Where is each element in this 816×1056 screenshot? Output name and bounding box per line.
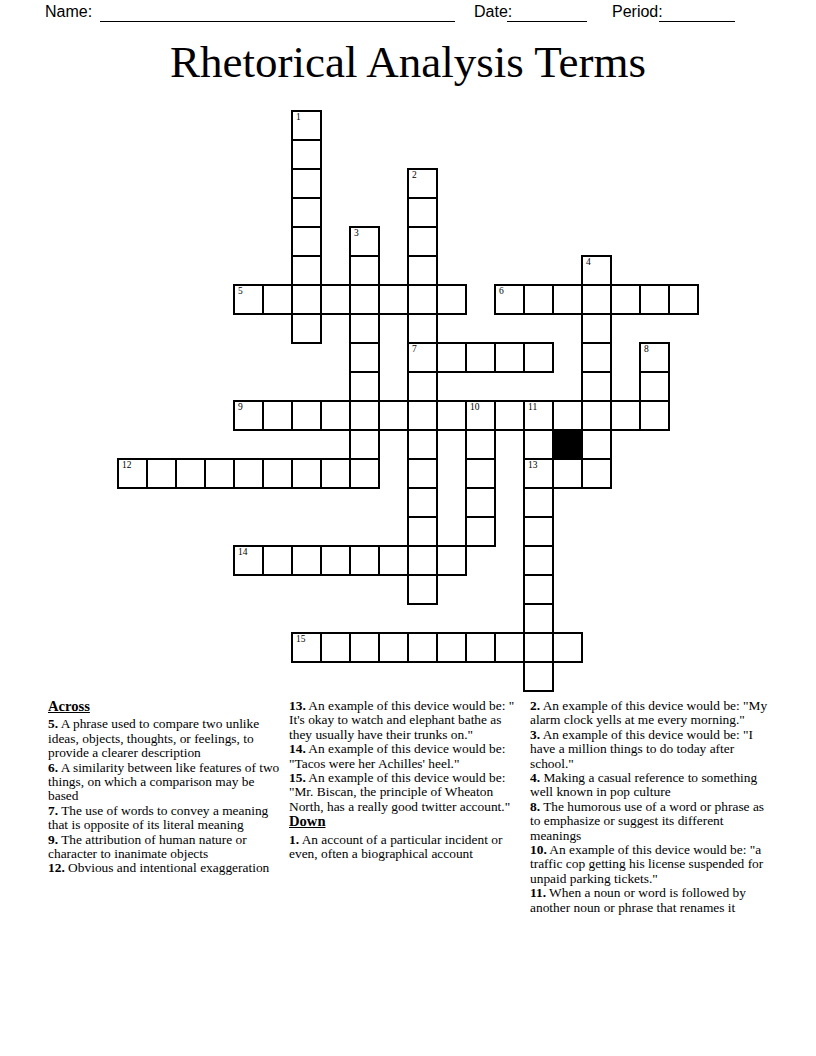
cell-r4c8[interactable]: 3 [349, 226, 380, 257]
cell-r16c14[interactable] [523, 574, 554, 605]
cell-r10c12[interactable]: 10 [465, 400, 496, 431]
clue-number-1: 1 [296, 113, 301, 123]
cell-r15c7[interactable] [320, 545, 351, 576]
cell-r5c10[interactable] [407, 255, 438, 286]
cell-r15c10[interactable] [407, 545, 438, 576]
cell-r3c10[interactable] [407, 197, 438, 228]
cell-r7c16[interactable] [581, 313, 612, 344]
clue-number-11: 11 [528, 403, 537, 413]
cell-r6c16[interactable] [581, 284, 612, 315]
cell-r10c5[interactable] [262, 400, 293, 431]
cell-r8c11[interactable] [436, 342, 467, 373]
cell-r15c8[interactable] [349, 545, 380, 576]
cell-r2c10[interactable]: 2 [407, 168, 438, 199]
clue-across-5: 5. A phrase used to compare two unlike i… [48, 717, 281, 760]
cell-r6c8[interactable] [349, 284, 380, 315]
cell-r10c10[interactable] [407, 400, 438, 431]
cell-r12c15[interactable] [552, 458, 583, 489]
cell-r15c4[interactable]: 14 [233, 545, 264, 576]
cell-r10c8[interactable] [349, 400, 380, 431]
clue-down-2: 2. An example of this device would be: "… [530, 699, 770, 728]
cell-r12c2[interactable] [175, 458, 206, 489]
cell-r10c17[interactable] [610, 400, 641, 431]
cell-r14c12[interactable] [465, 516, 496, 547]
date-blank-line [507, 21, 587, 22]
cell-r18c8[interactable] [349, 632, 380, 663]
cell-r4c10[interactable] [407, 226, 438, 257]
cell-r9c18[interactable] [639, 371, 670, 402]
clue-across-12: 12. Obvious and intentional exaggeration [48, 861, 281, 875]
cell-r16c10[interactable] [407, 574, 438, 605]
clue-column-2: 13. An example of this device would be: … [289, 699, 521, 861]
cell-r10c11[interactable] [436, 400, 467, 431]
cell-r10c4[interactable]: 9 [233, 400, 264, 431]
clue-column-1: Across5. A phrase used to compare two un… [48, 699, 281, 876]
cell-r10c16[interactable] [581, 400, 612, 431]
cell-r6c7[interactable] [320, 284, 351, 315]
cell-r18c6[interactable]: 15 [291, 632, 322, 663]
clue-across-13: 13. An example of this device would be: … [289, 699, 521, 742]
cell-r12c6[interactable] [291, 458, 322, 489]
cell-r11c10[interactable] [407, 429, 438, 460]
cell-r6c5[interactable] [262, 284, 293, 315]
clue-number-7: 7 [412, 345, 417, 355]
cell-r0c6[interactable]: 1 [291, 110, 322, 141]
clue-down-3: 3. An example of this device would be: "… [530, 728, 770, 771]
cell-r12c3[interactable] [204, 458, 235, 489]
clue-number-9: 9 [238, 403, 243, 413]
cell-r12c5[interactable] [262, 458, 293, 489]
cell-r6c11[interactable] [436, 284, 467, 315]
cell-r9c10[interactable] [407, 371, 438, 402]
cell-r12c1[interactable] [146, 458, 177, 489]
cell-r12c7[interactable] [320, 458, 351, 489]
cell-r6c9[interactable] [378, 284, 409, 315]
cell-r5c16[interactable]: 4 [581, 255, 612, 286]
cell-r14c10[interactable] [407, 516, 438, 547]
cell-r18c15[interactable] [552, 632, 583, 663]
clue-across-15: 15. An example of this device would be: … [289, 771, 521, 814]
cell-r12c16[interactable] [581, 458, 612, 489]
clue-down-4: 4. Making a casual reference to somethin… [530, 771, 770, 800]
across-heading: Across [48, 699, 281, 713]
clue-number-2: 2 [412, 171, 417, 181]
cell-r10c6[interactable] [291, 400, 322, 431]
cell-r10c9[interactable] [378, 400, 409, 431]
clue-number-13: 13 [528, 461, 538, 471]
cell-r8c16[interactable] [581, 342, 612, 373]
clue-across-14: 14. An example of this device would be: … [289, 742, 521, 771]
cell-r18c10[interactable] [407, 632, 438, 663]
cell-r18c7[interactable] [320, 632, 351, 663]
black-cell-r11c15 [552, 429, 583, 460]
cell-r15c11[interactable] [436, 545, 467, 576]
clue-number-14: 14 [238, 548, 248, 558]
cell-r7c10[interactable] [407, 313, 438, 344]
cell-r8c12[interactable] [465, 342, 496, 373]
down-heading: Down [289, 814, 521, 828]
cell-r18c12[interactable] [465, 632, 496, 663]
cell-r10c14[interactable]: 11 [523, 400, 554, 431]
cell-r18c14[interactable] [523, 632, 554, 663]
clue-down-8: 8. The humorous use of a word or phrase … [530, 800, 770, 843]
name-label: Name: [45, 3, 92, 21]
cell-r8c14[interactable] [523, 342, 554, 373]
clue-number-15: 15 [296, 635, 306, 645]
cell-r12c0[interactable]: 12 [117, 458, 148, 489]
cell-r17c14[interactable] [523, 603, 554, 634]
cell-r18c13[interactable] [494, 632, 525, 663]
cell-r10c7[interactable] [320, 400, 351, 431]
cell-r15c9[interactable] [378, 545, 409, 576]
clue-number-8: 8 [644, 345, 649, 355]
cell-r1c6[interactable] [291, 139, 322, 170]
date-label: Date: [474, 3, 512, 21]
cell-r6c17[interactable] [610, 284, 641, 315]
cell-r10c13[interactable] [494, 400, 525, 431]
period-blank-line [659, 21, 735, 22]
cell-r12c8[interactable] [349, 458, 380, 489]
cell-r12c12[interactable] [465, 458, 496, 489]
cell-r18c9[interactable] [378, 632, 409, 663]
cell-r15c14[interactable] [523, 545, 554, 576]
cell-r8c18[interactable]: 8 [639, 342, 670, 373]
clue-down-1: 1. An account of a particular incident o… [289, 833, 521, 862]
clue-number-5: 5 [238, 287, 243, 297]
cell-r6c15[interactable] [552, 284, 583, 315]
cell-r13c12[interactable] [465, 487, 496, 518]
cell-r18c11[interactable] [436, 632, 467, 663]
crossword-grid: 123456789101112131415 [117, 110, 699, 692]
clue-across-6: 6. A similarity between like features of… [48, 761, 281, 804]
cell-r3c6[interactable] [291, 197, 322, 228]
clue-across-9: 9. The attribution of human nature or ch… [48, 833, 281, 862]
clue-down-11: 11. When a noun or word is followed by a… [530, 886, 770, 915]
cell-r8c10[interactable]: 7 [407, 342, 438, 373]
cell-r9c16[interactable] [581, 371, 612, 402]
cell-r9c8[interactable] [349, 371, 380, 402]
cell-r11c16[interactable] [581, 429, 612, 460]
clue-number-12: 12 [122, 461, 132, 471]
cell-r5c8[interactable] [349, 255, 380, 286]
cell-r12c14[interactable]: 13 [523, 458, 554, 489]
cell-r6c19[interactable] [668, 284, 699, 315]
cell-r15c6[interactable] [291, 545, 322, 576]
cell-r10c15[interactable] [552, 400, 583, 431]
clue-number-4: 4 [586, 258, 591, 268]
cell-r6c10[interactable] [407, 284, 438, 315]
cell-r6c6[interactable] [291, 284, 322, 315]
clue-column-3: 2. An example of this device would be: "… [530, 699, 770, 915]
cell-r4c6[interactable] [291, 226, 322, 257]
cell-r7c6[interactable] [291, 313, 322, 344]
cell-r2c6[interactable] [291, 168, 322, 199]
cell-r8c13[interactable] [494, 342, 525, 373]
clue-across-7: 7. The use of words to convey a meaning … [48, 804, 281, 833]
period-label: Period: [612, 3, 663, 21]
cell-r19c14[interactable] [523, 661, 554, 692]
clue-down-10: 10. An example of this device would be: … [530, 843, 770, 886]
page-title: Rhetorical Analysis Terms [0, 36, 816, 88]
cell-r12c10[interactable] [407, 458, 438, 489]
cell-r6c13[interactable]: 6 [494, 284, 525, 315]
cell-r13c14[interactable] [523, 487, 554, 518]
worksheet-page: { "game": "crossword (empty printable wo… [0, 0, 816, 1056]
cell-r6c4[interactable]: 5 [233, 284, 264, 315]
cell-r11c12[interactable] [465, 429, 496, 460]
cell-r5c6[interactable] [291, 255, 322, 286]
cell-r11c14[interactable] [523, 429, 554, 460]
cell-r8c8[interactable] [349, 342, 380, 373]
name-blank-line [100, 21, 455, 22]
clue-number-3: 3 [354, 229, 359, 239]
cell-r6c18[interactable] [639, 284, 670, 315]
clue-number-10: 10 [470, 403, 480, 413]
cell-r11c8[interactable] [349, 429, 380, 460]
cell-r12c4[interactable] [233, 458, 264, 489]
cell-r13c10[interactable] [407, 487, 438, 518]
clue-number-6: 6 [499, 287, 504, 297]
cell-r6c14[interactable] [523, 284, 554, 315]
cell-r15c5[interactable] [262, 545, 293, 576]
cell-r7c8[interactable] [349, 313, 380, 344]
cell-r14c14[interactable] [523, 516, 554, 547]
cell-r10c18[interactable] [639, 400, 670, 431]
